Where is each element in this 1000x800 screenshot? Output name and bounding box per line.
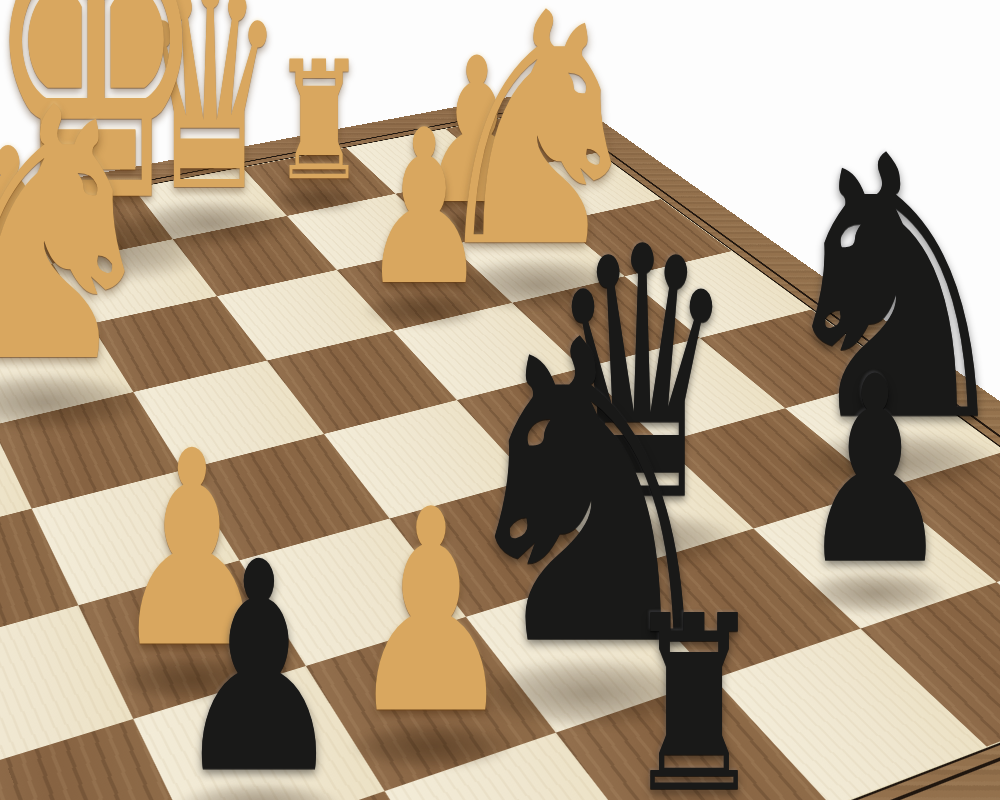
chess-photo-scene: ♚♛♜♟♟♞♟♞♟♟♛♞♟♞♟♜ — [0, 0, 1000, 800]
piece-black-pawn[interactable]: ♟ — [799, 343, 951, 599]
piece-black-pawn[interactable]: ♟ — [174, 524, 345, 800]
piece-white-knight[interactable]: ♞ — [0, 63, 170, 411]
piece-black-rook[interactable]: ♜ — [624, 584, 763, 800]
piece-white-pawn[interactable]: ♟ — [348, 474, 514, 754]
piece-white-rook[interactable]: ♜ — [272, 40, 366, 204]
